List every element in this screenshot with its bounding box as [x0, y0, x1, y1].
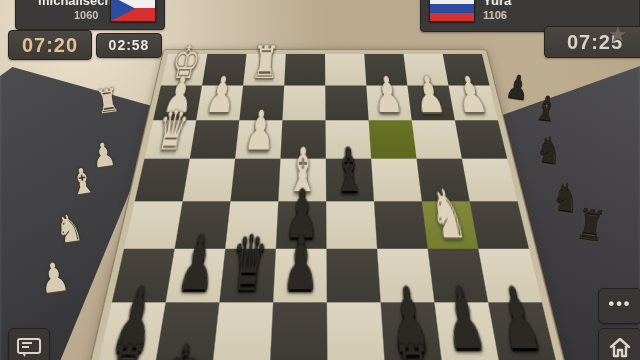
square-f1[interactable]: ♜ — [243, 54, 286, 86]
russia-flag-icon — [429, 0, 475, 22]
square-c4[interactable] — [371, 159, 422, 202]
square-c2[interactable]: ♟ — [366, 85, 411, 120]
square-a5[interactable] — [470, 201, 529, 249]
more-options-button[interactable]: ••• — [598, 288, 640, 324]
square-e1[interactable] — [284, 54, 325, 86]
star-icon: ★ — [608, 22, 628, 48]
czech-flag-icon — [110, 0, 156, 22]
square-e2[interactable] — [282, 85, 325, 120]
square-h4[interactable] — [135, 159, 190, 202]
square-c3[interactable] — [369, 120, 417, 158]
square-a4[interactable] — [462, 159, 518, 202]
square-g4[interactable] — [183, 159, 236, 202]
square-d5[interactable] — [326, 201, 377, 249]
square-d4[interactable]: ♝ — [326, 159, 374, 202]
player-panel-left: michailsecna 1060 — [15, 0, 165, 30]
square-e6[interactable]: ♟ — [273, 249, 327, 302]
square-f4[interactable] — [230, 159, 280, 202]
white-pawn-g2[interactable]: ♟ — [196, 68, 245, 124]
square-e7[interactable] — [270, 302, 327, 360]
player-rating-left: 1060 — [74, 9, 98, 21]
home-icon — [608, 336, 632, 360]
player-rating-right: 1106 — [483, 9, 507, 21]
timer-left-move: 02:58 — [96, 33, 162, 58]
square-g6[interactable]: ♟ — [166, 249, 226, 302]
square-a7[interactable]: ♟ — [488, 302, 556, 360]
square-f3[interactable]: ♟ — [235, 120, 282, 158]
square-h5[interactable] — [124, 201, 183, 249]
square-d7[interactable] — [327, 302, 385, 360]
square-d6[interactable] — [326, 249, 380, 302]
player-name-right: Yura — [483, 0, 511, 8]
black-pawn-e6[interactable]: ♟ — [273, 222, 327, 308]
square-a3[interactable] — [455, 120, 507, 158]
square-a2[interactable]: ♟ — [448, 85, 497, 120]
black-bishop-d4[interactable]: ♝ — [326, 137, 375, 206]
white-rook-f1[interactable]: ♜ — [243, 38, 287, 89]
timer-left-main: 07:20 — [8, 30, 92, 60]
chat-button[interactable] — [8, 328, 50, 360]
square-f6[interactable]: ♛ — [219, 249, 275, 302]
square-f7[interactable] — [213, 302, 273, 360]
square-b3[interactable] — [412, 120, 462, 158]
square-b2[interactable]: ♟ — [407, 85, 454, 120]
square-h3[interactable]: ♛ — [144, 120, 196, 158]
player-name-left: michailsecna — [38, 0, 120, 8]
square-b5[interactable]: ♞ — [422, 201, 479, 249]
white-pawn-f3[interactable]: ♟ — [235, 101, 284, 163]
square-g2[interactable]: ♟ — [196, 85, 243, 120]
home-button[interactable] — [598, 328, 640, 360]
chat-bubble-icon — [17, 338, 41, 354]
white-pawn-c2[interactable]: ♟ — [365, 68, 412, 124]
white-pawn-a2[interactable]: ♟ — [445, 68, 499, 124]
square-d1[interactable] — [325, 54, 366, 86]
square-d2[interactable] — [325, 85, 368, 120]
square-g3[interactable] — [190, 120, 240, 158]
black-queen-f6[interactable]: ♛ — [219, 222, 277, 308]
square-c5[interactable] — [374, 201, 428, 249]
